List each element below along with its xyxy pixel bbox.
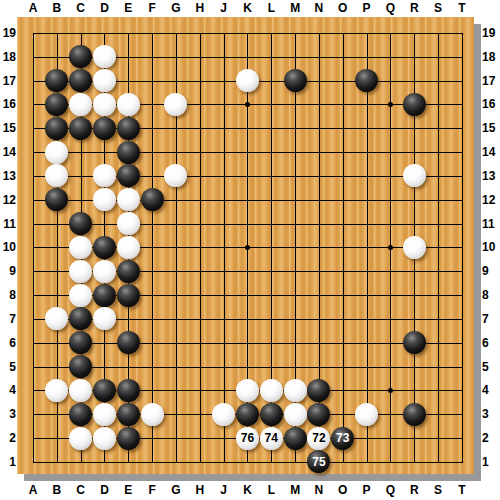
white-stone[interactable]: 74	[260, 427, 283, 450]
black-stone[interactable]	[69, 117, 92, 140]
column-label: F	[148, 482, 155, 498]
black-stone[interactable]: 75	[307, 450, 330, 473]
black-stone[interactable]	[117, 427, 140, 450]
column-label: T	[458, 0, 465, 16]
go-board[interactable]: 7674727375	[17, 17, 474, 474]
white-stone[interactable]	[93, 260, 116, 283]
row-label: 17	[0, 73, 16, 89]
move-number-label: 74	[265, 432, 278, 444]
column-label: D	[100, 482, 109, 498]
row-label: 3	[482, 406, 489, 422]
black-stone[interactable]	[403, 93, 426, 116]
row-label: 9	[482, 263, 489, 279]
column-label: G	[171, 482, 180, 498]
black-stone[interactable]	[69, 69, 92, 92]
black-stone[interactable]	[45, 93, 68, 116]
white-stone[interactable]	[69, 260, 92, 283]
row-label: 13	[482, 168, 495, 184]
stones-layer: 7674727375	[21, 21, 474, 474]
row-label: 1	[0, 454, 16, 470]
white-stone[interactable]	[403, 164, 426, 187]
white-stone[interactable]	[236, 379, 259, 402]
white-stone[interactable]	[69, 236, 92, 259]
black-stone[interactable]	[117, 379, 140, 402]
white-stone[interactable]	[284, 403, 307, 426]
row-label: 17	[482, 73, 495, 89]
white-stone[interactable]	[45, 141, 68, 164]
black-stone[interactable]	[355, 69, 378, 92]
row-label: 18	[482, 49, 495, 65]
row-label: 13	[0, 168, 16, 184]
row-label: 19	[0, 25, 16, 41]
white-stone[interactable]	[69, 379, 92, 402]
black-stone[interactable]	[403, 403, 426, 426]
white-stone[interactable]	[93, 307, 116, 330]
black-stone[interactable]	[69, 331, 92, 354]
black-stone[interactable]	[93, 284, 116, 307]
black-stone[interactable]	[284, 69, 307, 92]
white-stone[interactable]	[117, 93, 140, 116]
black-stone[interactable]	[117, 141, 140, 164]
move-number-label: 76	[241, 432, 254, 444]
row-label: 10	[482, 239, 495, 255]
black-stone[interactable]	[117, 284, 140, 307]
column-label: H	[195, 0, 204, 16]
black-stone[interactable]	[307, 379, 330, 402]
white-stone[interactable]	[69, 93, 92, 116]
column-label: E	[124, 0, 132, 16]
column-label: N	[315, 0, 324, 16]
column-label: B	[52, 0, 61, 16]
column-label: P	[363, 0, 371, 16]
column-label: M	[290, 0, 300, 16]
move-number-label: 75	[312, 456, 325, 468]
black-stone[interactable]	[403, 331, 426, 354]
white-stone[interactable]	[141, 403, 164, 426]
white-stone[interactable]	[69, 284, 92, 307]
row-label: 5	[0, 359, 16, 375]
white-stone[interactable]: 76	[236, 427, 259, 450]
column-label: J	[220, 0, 227, 16]
black-stone[interactable]	[141, 188, 164, 211]
white-stone[interactable]	[284, 379, 307, 402]
white-stone[interactable]	[45, 164, 68, 187]
column-label: F	[148, 0, 155, 16]
column-label: H	[195, 482, 204, 498]
row-label: 14	[0, 144, 16, 160]
black-stone[interactable]	[93, 117, 116, 140]
black-stone[interactable]	[93, 379, 116, 402]
column-label: C	[76, 482, 85, 498]
row-label: 14	[482, 144, 495, 160]
column-label: C	[76, 0, 85, 16]
star-point	[388, 245, 393, 250]
black-stone[interactable]	[69, 403, 92, 426]
column-label: R	[410, 0, 419, 16]
white-stone[interactable]	[93, 403, 116, 426]
column-label: O	[338, 482, 347, 498]
black-stone[interactable]	[69, 45, 92, 68]
column-label: A	[29, 482, 38, 498]
star-point	[388, 388, 393, 393]
white-stone[interactable]	[212, 403, 235, 426]
row-label: 11	[482, 216, 495, 232]
white-stone[interactable]	[164, 164, 187, 187]
row-label: 2	[0, 430, 16, 446]
column-label: P	[363, 482, 371, 498]
white-stone[interactable]: 72	[307, 427, 330, 450]
row-label: 1	[482, 454, 489, 470]
black-stone[interactable]	[69, 355, 92, 378]
star-point	[245, 245, 250, 250]
column-label: Q	[386, 482, 395, 498]
white-stone[interactable]	[260, 379, 283, 402]
column-label: G	[171, 0, 180, 16]
white-stone[interactable]	[93, 427, 116, 450]
white-stone[interactable]	[236, 69, 259, 92]
row-label: 18	[0, 49, 16, 65]
column-label: T	[458, 482, 465, 498]
column-label: J	[220, 482, 227, 498]
white-stone[interactable]	[93, 93, 116, 116]
white-stone[interactable]	[117, 212, 140, 235]
black-stone[interactable]	[117, 117, 140, 140]
star-point	[388, 102, 393, 107]
row-label: 4	[0, 382, 16, 398]
row-label: 8	[0, 287, 16, 303]
black-stone[interactable]	[236, 403, 259, 426]
column-label: M	[290, 482, 300, 498]
go-game-diagram: ABCDEFGHJKLMNOPQRST ABCDEFGHJKLMNOPQRST …	[0, 0, 500, 500]
white-stone[interactable]	[164, 93, 187, 116]
row-label: 11	[0, 216, 16, 232]
black-stone[interactable]	[93, 236, 116, 259]
white-stone[interactable]	[355, 403, 378, 426]
row-label: 15	[0, 120, 16, 136]
white-stone[interactable]	[69, 427, 92, 450]
white-stone[interactable]	[45, 379, 68, 402]
move-number-label: 73	[336, 432, 349, 444]
row-label: 16	[482, 96, 495, 112]
row-label: 3	[0, 406, 16, 422]
row-label: 8	[482, 287, 489, 303]
black-stone[interactable]	[45, 188, 68, 211]
row-label: 6	[482, 335, 489, 351]
column-label: E	[124, 482, 132, 498]
black-stone[interactable]	[117, 260, 140, 283]
row-label: 2	[482, 430, 489, 446]
column-label: S	[434, 0, 442, 16]
move-number-label: 72	[312, 432, 325, 444]
black-stone[interactable]	[307, 403, 330, 426]
star-point	[245, 102, 250, 107]
black-stone[interactable]	[117, 403, 140, 426]
column-label: K	[243, 482, 252, 498]
white-stone[interactable]	[93, 45, 116, 68]
row-label: 9	[0, 263, 16, 279]
row-label: 7	[0, 311, 16, 327]
column-label: A	[29, 0, 38, 16]
white-stone[interactable]	[403, 236, 426, 259]
black-stone[interactable]	[45, 69, 68, 92]
black-stone[interactable]	[69, 212, 92, 235]
column-label: O	[338, 0, 347, 16]
row-label: 16	[0, 96, 16, 112]
white-stone[interactable]	[93, 188, 116, 211]
column-label: K	[243, 0, 252, 16]
column-label: D	[100, 0, 109, 16]
row-label: 4	[482, 382, 489, 398]
column-label: Q	[386, 0, 395, 16]
row-label: 12	[482, 192, 495, 208]
white-stone[interactable]	[117, 236, 140, 259]
column-label: L	[268, 482, 275, 498]
black-stone[interactable]	[284, 427, 307, 450]
row-label: 10	[0, 239, 16, 255]
black-stone[interactable]	[260, 403, 283, 426]
white-stone[interactable]	[45, 307, 68, 330]
black-stone[interactable]: 73	[331, 427, 354, 450]
row-label: 15	[482, 120, 495, 136]
column-label: B	[52, 482, 61, 498]
row-label: 19	[482, 25, 495, 41]
row-label: 12	[0, 192, 16, 208]
black-stone[interactable]	[117, 331, 140, 354]
white-stone[interactable]	[93, 69, 116, 92]
row-label: 5	[482, 359, 489, 375]
column-label: L	[268, 0, 275, 16]
row-label: 7	[482, 311, 489, 327]
column-label: N	[315, 482, 324, 498]
black-stone[interactable]	[117, 164, 140, 187]
black-stone[interactable]	[45, 117, 68, 140]
white-stone[interactable]	[117, 188, 140, 211]
column-label: R	[410, 482, 419, 498]
white-stone[interactable]	[93, 164, 116, 187]
black-stone[interactable]	[69, 307, 92, 330]
row-label: 6	[0, 335, 16, 351]
column-label: S	[434, 482, 442, 498]
